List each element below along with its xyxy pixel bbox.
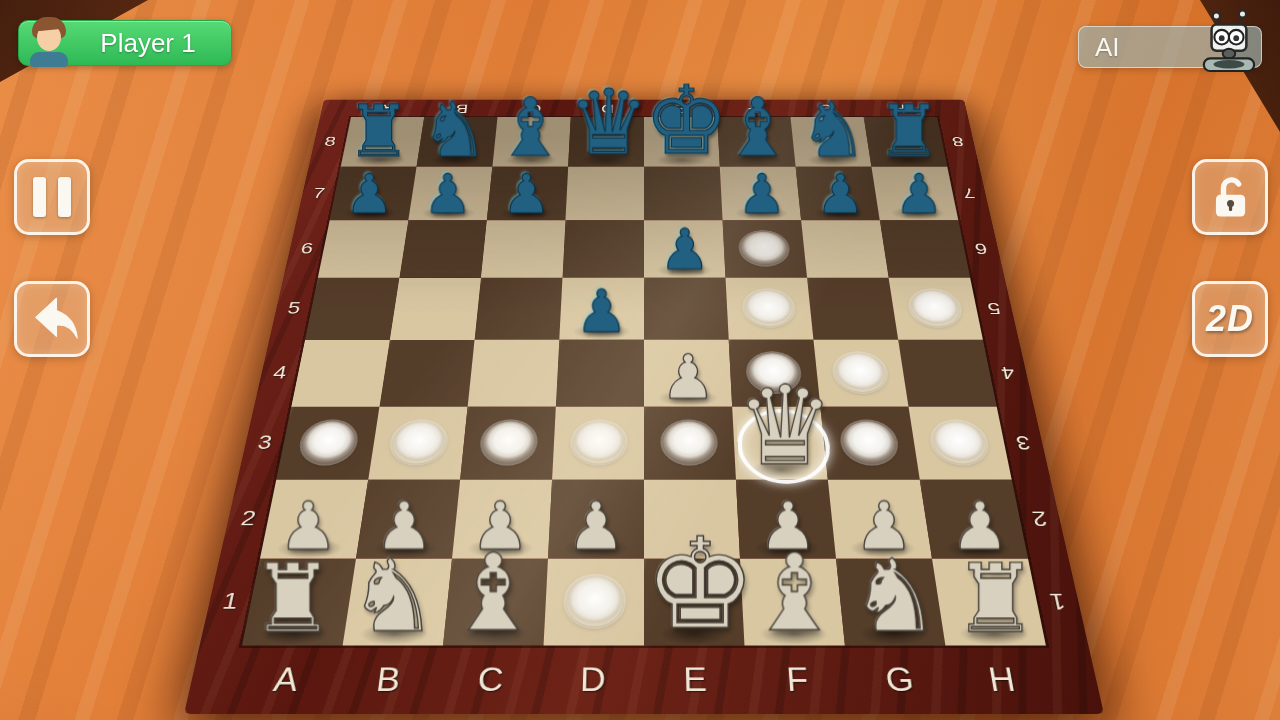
file-label-D: D bbox=[571, 101, 644, 117]
square-d1[interactable] bbox=[544, 559, 644, 646]
square-f3[interactable]: ♛ bbox=[732, 407, 828, 480]
square-h1[interactable]: ♜ bbox=[932, 559, 1046, 646]
square-g5[interactable] bbox=[807, 278, 898, 340]
player1-name: Player 1 bbox=[75, 21, 221, 65]
white-pawn-e4[interactable]: ♟ bbox=[644, 348, 732, 406]
blue-pawn-b7[interactable]: ♟ bbox=[408, 168, 487, 220]
square-d6[interactable] bbox=[562, 220, 644, 278]
file-label-C: C bbox=[437, 652, 544, 708]
white-bishop-c1[interactable]: ♝ bbox=[443, 543, 543, 644]
square-h7[interactable]: ♟ bbox=[871, 167, 958, 220]
blue-pawn-a7[interactable]: ♟ bbox=[330, 168, 409, 220]
square-f5[interactable] bbox=[726, 278, 814, 340]
file-label-H: H bbox=[946, 652, 1058, 708]
square-b3[interactable] bbox=[368, 407, 467, 480]
square-d2[interactable]: ♟ bbox=[548, 480, 644, 559]
chess-board[interactable]: 87654321 87654321 ABCDEFGH ABCDEFGH ♜♞♝♛… bbox=[184, 100, 1104, 714]
unlock-icon bbox=[1203, 170, 1257, 224]
white-queen-f3[interactable]: ♛ bbox=[736, 374, 828, 478]
blue-pawn-d5[interactable]: ♟ bbox=[559, 283, 644, 339]
square-h6[interactable] bbox=[880, 220, 970, 278]
ai-name: AI bbox=[1095, 27, 1120, 67]
white-knight-g1[interactable]: ♞ bbox=[845, 548, 945, 643]
square-g6[interactable] bbox=[801, 220, 888, 278]
move-hint-e3[interactable] bbox=[663, 421, 716, 463]
square-c4[interactable] bbox=[468, 340, 560, 407]
square-g7[interactable]: ♟ bbox=[796, 167, 880, 220]
file-label-E: E bbox=[644, 101, 717, 117]
move-hint-h3[interactable] bbox=[930, 421, 990, 463]
back-arrow-icon bbox=[24, 291, 80, 347]
square-b6[interactable] bbox=[399, 220, 486, 278]
player-avatar-icon bbox=[29, 17, 69, 67]
square-b7[interactable]: ♟ bbox=[408, 167, 492, 220]
square-b1[interactable]: ♞ bbox=[343, 559, 452, 646]
square-b4[interactable] bbox=[379, 340, 474, 407]
square-h3[interactable] bbox=[909, 407, 1012, 480]
blue-pawn-h7[interactable]: ♟ bbox=[880, 168, 959, 220]
view-2d-label: 2D bbox=[1206, 298, 1254, 340]
square-a4[interactable] bbox=[291, 340, 390, 407]
square-a6[interactable] bbox=[318, 220, 408, 278]
board-frame: 87654321 87654321 ABCDEFGH ABCDEFGH ♜♞♝♛… bbox=[184, 100, 1104, 714]
square-e4[interactable]: ♟ bbox=[644, 340, 732, 407]
square-h4[interactable] bbox=[898, 340, 997, 407]
blue-queen-d8[interactable]: ♛ bbox=[568, 80, 644, 166]
square-e5[interactable] bbox=[644, 278, 729, 340]
square-f8[interactable]: ♝ bbox=[717, 117, 795, 167]
view-2d-button[interactable]: 2D bbox=[1192, 281, 1268, 357]
file-label-E: E bbox=[644, 652, 748, 708]
file-label-F: F bbox=[745, 652, 852, 708]
blue-pawn-f7[interactable]: ♟ bbox=[723, 168, 802, 220]
file-label-G: G bbox=[846, 652, 955, 708]
square-d7[interactable] bbox=[565, 167, 644, 220]
move-hint-h5[interactable] bbox=[908, 290, 962, 326]
square-d5[interactable]: ♟ bbox=[559, 278, 644, 340]
square-c3[interactable] bbox=[460, 407, 556, 480]
file-label-D: D bbox=[540, 652, 644, 708]
square-f1[interactable]: ♝ bbox=[740, 559, 845, 646]
move-hint-g3[interactable] bbox=[841, 421, 898, 463]
square-c6[interactable] bbox=[481, 220, 565, 278]
square-h8[interactable]: ♜ bbox=[864, 117, 948, 167]
file-label-B: B bbox=[424, 101, 499, 117]
square-c8[interactable]: ♝ bbox=[492, 117, 570, 167]
white-knight-b1[interactable]: ♞ bbox=[343, 548, 443, 643]
move-hint-c3[interactable] bbox=[481, 421, 536, 463]
white-rook-a1[interactable]: ♜ bbox=[242, 554, 342, 644]
square-g1[interactable]: ♞ bbox=[836, 559, 945, 646]
file-label-A: A bbox=[351, 101, 427, 117]
move-hint-a3[interactable] bbox=[299, 421, 359, 463]
move-hint-d1[interactable] bbox=[566, 576, 624, 626]
white-king-e1[interactable]: ♚ bbox=[644, 525, 744, 644]
square-b8[interactable]: ♞ bbox=[417, 117, 498, 167]
blue-pawn-c7[interactable]: ♟ bbox=[487, 168, 566, 220]
file-label-B: B bbox=[333, 652, 442, 708]
square-d3[interactable] bbox=[552, 407, 644, 480]
square-f7[interactable]: ♟ bbox=[720, 167, 801, 220]
square-c1[interactable]: ♝ bbox=[443, 559, 548, 646]
file-label-F: F bbox=[716, 101, 790, 117]
square-a3[interactable] bbox=[276, 407, 379, 480]
blue-king-e8[interactable]: ♚ bbox=[644, 76, 720, 166]
white-pawn-d2[interactable]: ♟ bbox=[548, 494, 644, 557]
square-d8[interactable]: ♛ bbox=[568, 117, 644, 167]
player1-banner[interactable]: Player 1 bbox=[18, 20, 232, 66]
white-rook-h1[interactable]: ♜ bbox=[945, 554, 1045, 644]
square-f6[interactable] bbox=[723, 220, 807, 278]
square-c7[interactable]: ♟ bbox=[487, 167, 568, 220]
ai-banner[interactable]: AI bbox=[1078, 26, 1262, 68]
move-hint-b3[interactable] bbox=[390, 421, 447, 463]
square-e3[interactable] bbox=[644, 407, 736, 480]
square-a8[interactable]: ♜ bbox=[341, 117, 425, 167]
file-label-A: A bbox=[229, 652, 341, 708]
square-a5[interactable] bbox=[305, 278, 399, 340]
pause-button[interactable] bbox=[14, 159, 90, 235]
move-hint-g4[interactable] bbox=[833, 353, 888, 392]
pause-icon bbox=[33, 177, 71, 217]
square-c5[interactable] bbox=[475, 278, 563, 340]
move-hint-f6[interactable] bbox=[740, 232, 789, 265]
white-bishop-f1[interactable]: ♝ bbox=[744, 543, 844, 644]
board-grid[interactable]: ♜♞♝♛♚♝♞♜♟♟♟♟♟♟♟♟♟♛♟♟♟♟♟♟♟♜♞♝♚♝♞♜ bbox=[242, 117, 1046, 645]
move-hint-f5[interactable] bbox=[744, 290, 795, 326]
square-b5[interactable] bbox=[390, 278, 481, 340]
file-labels-top: ABCDEFGH bbox=[351, 101, 937, 117]
square-e7[interactable] bbox=[644, 167, 723, 220]
file-label-G: G bbox=[789, 101, 864, 117]
square-g8[interactable]: ♞ bbox=[790, 117, 871, 167]
blue-pawn-g7[interactable]: ♟ bbox=[801, 168, 880, 220]
file-label-H: H bbox=[861, 101, 937, 117]
square-d4[interactable] bbox=[556, 340, 644, 407]
square-g3[interactable] bbox=[820, 407, 919, 480]
file-labels-bottom: ABCDEFGH bbox=[229, 652, 1059, 708]
square-a7[interactable]: ♟ bbox=[330, 167, 417, 220]
back-button[interactable] bbox=[14, 281, 90, 357]
square-a1[interactable]: ♜ bbox=[242, 559, 356, 646]
square-e8[interactable]: ♚ bbox=[644, 117, 720, 167]
blue-pawn-e6[interactable]: ♟ bbox=[644, 223, 725, 277]
robot-icon bbox=[1199, 9, 1257, 75]
square-e1[interactable]: ♚ bbox=[644, 559, 744, 646]
file-label-C: C bbox=[498, 101, 572, 117]
square-h5[interactable] bbox=[889, 278, 983, 340]
square-e6[interactable]: ♟ bbox=[644, 220, 726, 278]
lock-button[interactable] bbox=[1192, 159, 1268, 235]
move-hint-d3[interactable] bbox=[572, 421, 625, 463]
